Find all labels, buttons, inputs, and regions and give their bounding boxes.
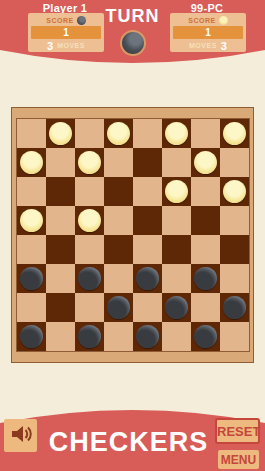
- yellow-checker-piece[interactable]: [78, 209, 101, 232]
- board-cell-r5c1: [46, 264, 75, 293]
- board-cell-r1c3: [104, 148, 133, 177]
- board-cell-r3c5: [162, 206, 191, 235]
- board-cell-r0c7[interactable]: [220, 119, 249, 148]
- board-cell-r7c1: [46, 322, 75, 351]
- sound-button[interactable]: [4, 419, 37, 452]
- board-cell-r6c0: [17, 293, 46, 322]
- board-cell-r1c2[interactable]: [75, 148, 104, 177]
- board-cell-r6c7[interactable]: [220, 293, 249, 322]
- yellow-checker-piece[interactable]: [107, 122, 130, 145]
- board-cell-r1c7: [220, 148, 249, 177]
- board-cell-r2c0: [17, 177, 46, 206]
- board-cell-r0c6: [191, 119, 220, 148]
- board-cell-r2c6: [191, 177, 220, 206]
- board-cell-r5c6[interactable]: [191, 264, 220, 293]
- menu-button[interactable]: MENU: [218, 450, 259, 469]
- player1-moves-label: MOVES: [57, 42, 85, 49]
- board-cell-r1c1: [46, 148, 75, 177]
- board-cell-r3c0[interactable]: [17, 206, 46, 235]
- board-cell-r0c3[interactable]: [104, 119, 133, 148]
- board-cell-r0c0: [17, 119, 46, 148]
- board-grid: [16, 118, 250, 352]
- dark-checker-piece[interactable]: [194, 267, 217, 290]
- board-cell-r1c4[interactable]: [133, 148, 162, 177]
- board-cell-r4c5[interactable]: [162, 235, 191, 264]
- board-cell-r5c7: [220, 264, 249, 293]
- player2-moves-label: MOVES: [189, 42, 217, 49]
- board-frame: [11, 107, 254, 363]
- yellow-checker-piece[interactable]: [223, 122, 246, 145]
- player1-dark-piece-dot-icon: [77, 16, 86, 25]
- board-cell-r7c4[interactable]: [133, 322, 162, 351]
- board-cell-r7c7: [220, 322, 249, 351]
- yellow-checker-piece[interactable]: [78, 151, 101, 174]
- player1-score-bar: 1: [31, 26, 101, 39]
- board-cell-r7c6[interactable]: [191, 322, 220, 351]
- board-cell-r3c6[interactable]: [191, 206, 220, 235]
- checkers-app: Player 1 SCORE 1 3 MOVES TURN 99-PC SCOR…: [0, 0, 265, 471]
- yellow-checker-piece[interactable]: [165, 122, 188, 145]
- board-cell-r4c7[interactable]: [220, 235, 249, 264]
- board-cell-r2c2: [75, 177, 104, 206]
- player1-score-panel: SCORE 1 3 MOVES: [28, 13, 104, 52]
- board-cell-r7c2[interactable]: [75, 322, 104, 351]
- turn-piece-dark-icon: [120, 30, 146, 56]
- board-cell-r6c2: [75, 293, 104, 322]
- board-cell-r2c4: [133, 177, 162, 206]
- board-cell-r0c4: [133, 119, 162, 148]
- board-cell-r7c5: [162, 322, 191, 351]
- player2-score-bar: 1: [173, 26, 243, 39]
- board-cell-r4c2: [75, 235, 104, 264]
- yellow-checker-piece[interactable]: [223, 180, 246, 203]
- board-cell-r5c0[interactable]: [17, 264, 46, 293]
- board-cell-r4c4: [133, 235, 162, 264]
- board-cell-r3c4[interactable]: [133, 206, 162, 235]
- board-cell-r4c0: [17, 235, 46, 264]
- dark-checker-piece[interactable]: [194, 325, 217, 348]
- board-cell-r7c0[interactable]: [17, 322, 46, 351]
- dark-checker-piece[interactable]: [223, 296, 246, 319]
- player1-score-value: 1: [63, 27, 69, 38]
- dark-checker-piece[interactable]: [107, 296, 130, 319]
- board-cell-r6c6: [191, 293, 220, 322]
- board-cell-r6c4: [133, 293, 162, 322]
- board-cell-r0c5[interactable]: [162, 119, 191, 148]
- board-cell-r3c2[interactable]: [75, 206, 104, 235]
- yellow-checker-piece[interactable]: [20, 209, 43, 232]
- board-cell-r3c1: [46, 206, 75, 235]
- dark-checker-piece[interactable]: [78, 267, 101, 290]
- board-cell-r5c2[interactable]: [75, 264, 104, 293]
- dark-checker-piece[interactable]: [20, 325, 43, 348]
- board-cell-r5c5: [162, 264, 191, 293]
- board-cell-r2c3[interactable]: [104, 177, 133, 206]
- board-cell-r4c6: [191, 235, 220, 264]
- player2-moves-count: 3: [221, 40, 227, 52]
- player2-score-panel: SCORE 1 MOVES 3: [170, 13, 246, 52]
- dark-checker-piece[interactable]: [20, 267, 43, 290]
- dark-checker-piece[interactable]: [136, 267, 159, 290]
- board-cell-r1c0[interactable]: [17, 148, 46, 177]
- speaker-icon: [9, 422, 33, 449]
- dark-checker-piece[interactable]: [136, 325, 159, 348]
- turn-indicator: TURN: [99, 6, 166, 56]
- yellow-checker-piece[interactable]: [194, 151, 217, 174]
- player1-moves-count: 3: [47, 40, 53, 52]
- player2-score-value: 1: [205, 27, 211, 38]
- board-cell-r1c5: [162, 148, 191, 177]
- board-cell-r6c3[interactable]: [104, 293, 133, 322]
- reset-button[interactable]: RESET: [215, 418, 260, 444]
- board-cell-r3c7: [220, 206, 249, 235]
- turn-label: TURN: [99, 6, 166, 27]
- board-cell-r1c6[interactable]: [191, 148, 220, 177]
- board-cell-r4c1[interactable]: [46, 235, 75, 264]
- board-cell-r2c7[interactable]: [220, 177, 249, 206]
- player1-score-label: SCORE: [46, 17, 73, 24]
- dark-checker-piece[interactable]: [78, 325, 101, 348]
- player2-score-label: SCORE: [188, 17, 215, 24]
- board-cell-r5c3: [104, 264, 133, 293]
- board-cell-r2c1[interactable]: [46, 177, 75, 206]
- board-cell-r4c3[interactable]: [104, 235, 133, 264]
- board-cell-r3c3: [104, 206, 133, 235]
- board-cell-r0c2: [75, 119, 104, 148]
- dark-checker-piece[interactable]: [165, 296, 188, 319]
- player2-yellow-piece-dot-icon: [219, 16, 228, 25]
- board-cell-r6c1[interactable]: [46, 293, 75, 322]
- board-cell-r5c4[interactable]: [133, 264, 162, 293]
- yellow-checker-piece[interactable]: [20, 151, 43, 174]
- board-cell-r6c5[interactable]: [162, 293, 191, 322]
- yellow-checker-piece[interactable]: [165, 180, 188, 203]
- board-cell-r0c1[interactable]: [46, 119, 75, 148]
- yellow-checker-piece[interactable]: [49, 122, 72, 145]
- app-title: CHECKERS: [36, 427, 221, 458]
- board-cell-r2c5[interactable]: [162, 177, 191, 206]
- board-cell-r7c3: [104, 322, 133, 351]
